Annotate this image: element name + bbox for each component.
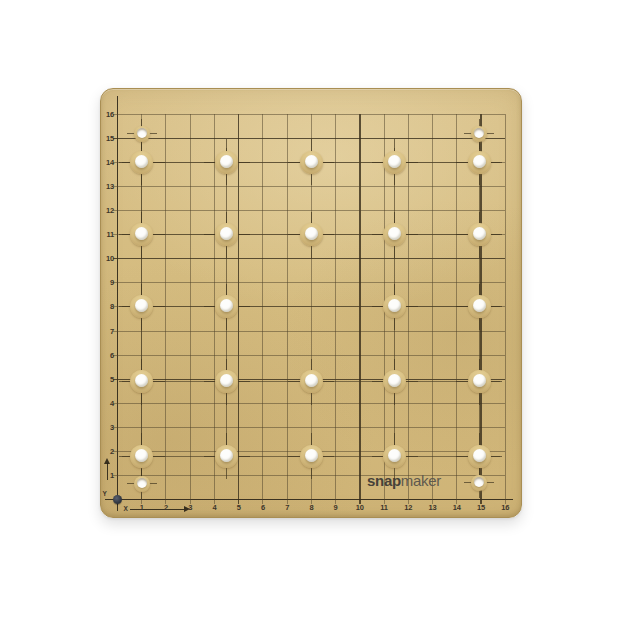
x-axis-label: 15 — [472, 503, 490, 512]
origin-marker — [113, 495, 122, 504]
hole-opening — [473, 155, 486, 168]
product-photo: Y X snapmaker 12345678910111213141516123… — [0, 0, 620, 620]
grid-line-v — [190, 114, 191, 503]
screw-hole — [204, 284, 250, 330]
y-axis-label: 16 — [101, 110, 114, 119]
corner-pin-hole — [127, 469, 157, 499]
x-axis-arrow-label: X — [124, 505, 128, 512]
hole-opening — [135, 449, 148, 462]
grid-line-h — [113, 355, 506, 356]
hole-opening — [305, 155, 318, 168]
hole-opening — [473, 374, 486, 387]
y-axis-arrow-icon — [104, 458, 110, 464]
x-axis-label: 10 — [351, 503, 369, 512]
y-axis-label: 9 — [101, 278, 114, 287]
grid-line-h — [113, 427, 506, 428]
y-axis-label: 3 — [101, 423, 114, 432]
grid-line-v — [335, 114, 336, 503]
hole-opening — [305, 374, 318, 387]
hole-opening — [137, 478, 147, 488]
grid-line-h — [113, 331, 506, 332]
hole-opening — [305, 449, 318, 462]
x-axis-label: 5 — [230, 503, 248, 512]
grid-line-v — [165, 114, 166, 503]
screw-hole — [204, 212, 250, 258]
screw-hole — [119, 284, 165, 330]
y-axis-label: 7 — [101, 327, 114, 336]
grid-line-h — [113, 258, 506, 259]
screw-hole — [372, 284, 418, 330]
y-axis-label: 4 — [101, 399, 114, 408]
x-axis-label: 16 — [496, 503, 514, 512]
grid-line-v — [262, 114, 263, 503]
x-axis-label: 6 — [254, 503, 272, 512]
x-axis-label: 8 — [302, 503, 320, 512]
screw-hole — [456, 359, 502, 405]
corner-pin-hole — [464, 119, 494, 149]
y-axis-label: 8 — [101, 302, 114, 311]
grid-line-v — [432, 114, 433, 503]
hole-opening — [473, 449, 486, 462]
y-axis-label: 14 — [101, 158, 114, 167]
screw-hole — [119, 359, 165, 405]
y-axis-label: 15 — [101, 134, 114, 143]
x-axis-label: 2 — [157, 503, 175, 512]
screw-hole — [372, 212, 418, 258]
y-axis-label: 1 — [101, 471, 114, 480]
x-axis-label: 13 — [424, 503, 442, 512]
corner-pin-hole — [464, 468, 494, 498]
y-axis-label: 5 — [101, 375, 114, 384]
screw-hole — [288, 212, 334, 258]
y-axis-label: 11 — [101, 230, 114, 239]
grid-line-h — [113, 282, 506, 283]
hole-opening — [220, 449, 233, 462]
y-axis-label: 2 — [101, 447, 114, 456]
x-axis-label: 11 — [375, 503, 393, 512]
hole-opening — [473, 227, 486, 240]
hole-opening — [220, 155, 233, 168]
screw-hole — [204, 433, 250, 479]
screw-hole — [456, 212, 502, 258]
wasteboard: Y X snapmaker 12345678910111213141516123… — [100, 88, 522, 518]
screw-hole — [288, 139, 334, 185]
x-axis-label: 14 — [448, 503, 466, 512]
grid-line-v — [505, 114, 506, 503]
y-axis-label: 13 — [101, 182, 114, 191]
x-axis-label: 9 — [327, 503, 345, 512]
x-axis-label: 12 — [399, 503, 417, 512]
grid-line-h — [113, 186, 506, 187]
screw-hole — [372, 433, 418, 479]
hole-opening — [474, 128, 484, 138]
hole-opening — [473, 299, 486, 312]
screw-hole — [288, 433, 334, 479]
corner-pin-hole — [127, 119, 157, 149]
screw-hole — [119, 212, 165, 258]
grid-line-h — [113, 114, 506, 115]
grid-line-v — [359, 114, 360, 503]
y-axis-arrow-label: Y — [103, 490, 107, 497]
screw-hole — [204, 139, 250, 185]
screw-hole — [288, 359, 334, 405]
screw-hole — [372, 359, 418, 405]
hole-row-line — [122, 306, 500, 307]
screw-hole — [372, 139, 418, 185]
hole-opening — [474, 477, 484, 487]
screw-hole — [204, 359, 250, 405]
x-axis-label: 3 — [181, 503, 199, 512]
x-axis-label: 4 — [205, 503, 223, 512]
y-axis-label: 6 — [101, 351, 114, 360]
x-axis-label: 1 — [133, 503, 151, 512]
y-axis-label: 12 — [101, 206, 114, 215]
hole-opening — [137, 128, 147, 138]
screw-hole — [456, 284, 502, 330]
y-axis-label: 10 — [101, 254, 114, 263]
x-axis-label: 7 — [278, 503, 296, 512]
